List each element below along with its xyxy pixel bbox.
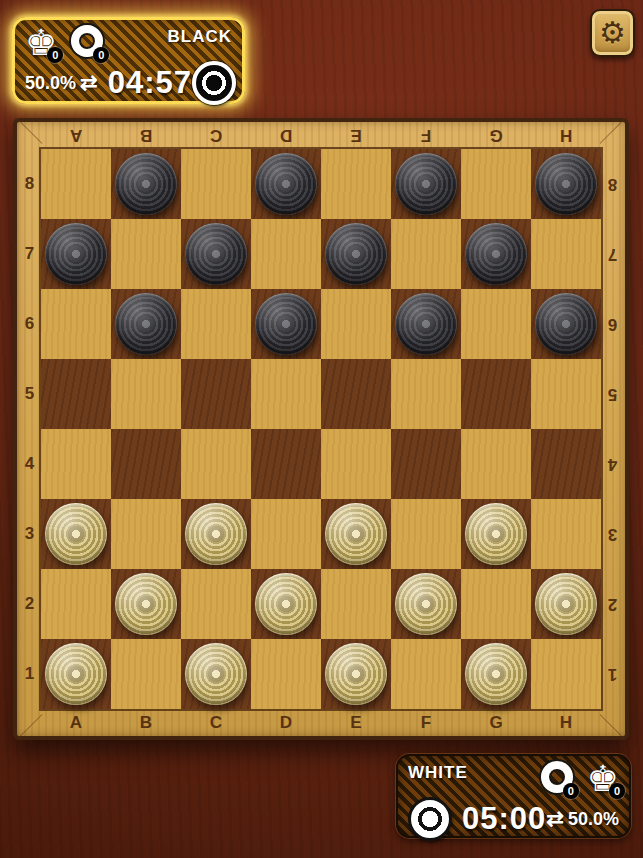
square-b2[interactable] [111,569,181,639]
square-h8[interactable] [531,149,601,219]
square-c6[interactable] [181,289,251,359]
black-man-h8[interactable] [535,153,597,215]
square-a5[interactable] [41,359,111,429]
square-b6[interactable] [111,289,181,359]
frame-corner-seam [18,119,43,144]
black-win-percentage: 50.0% [25,73,76,94]
square-g1[interactable] [461,639,531,709]
rank-label-5: 5 [19,359,40,429]
black-man-b8[interactable] [115,153,177,215]
square-c7[interactable] [181,219,251,289]
square-a8[interactable] [41,149,111,219]
square-f1[interactable] [391,639,461,709]
square-g7[interactable] [461,219,531,289]
square-c5[interactable] [181,359,251,429]
square-h5[interactable] [531,359,601,429]
square-h7[interactable] [531,219,601,289]
rank-label-1: 1 [19,639,40,709]
square-e3[interactable] [321,499,391,569]
file-label-f: F [391,124,461,146]
game-screen: ♚ 0 0 BLACK 50.0% ⇄ 04:57 ⚙ ABCDEFGH [0,0,643,858]
black-man-e7[interactable] [325,223,387,285]
white-man-a1[interactable] [45,643,107,705]
rank-label-7: 7 [19,219,40,289]
black-man-f8[interactable] [395,153,457,215]
square-e8[interactable] [321,149,391,219]
swap-arrows-icon: ⇄ [80,73,98,93]
rank-label-2: 2 [19,569,40,639]
square-e1[interactable] [321,639,391,709]
square-d5[interactable] [251,359,321,429]
square-h4[interactable] [531,429,601,499]
file-label-a: A [41,124,111,146]
rank-labels-right: 87654321 [602,149,623,709]
black-player-panel: ♚ 0 0 BLACK 50.0% ⇄ 04:57 [12,17,245,104]
square-f6[interactable] [391,289,461,359]
square-b5[interactable] [111,359,181,429]
square-a7[interactable] [41,219,111,289]
black-man-b6[interactable] [115,293,177,355]
square-b4[interactable] [111,429,181,499]
rank-label-4: 4 [602,429,623,499]
square-e6[interactable] [321,289,391,359]
rank-label-3: 3 [19,499,40,569]
square-c3[interactable] [181,499,251,569]
square-f4[interactable] [391,429,461,499]
file-label-g: G [461,712,531,734]
square-g2[interactable] [461,569,531,639]
square-a3[interactable] [41,499,111,569]
black-captured-counter: 0 [71,25,103,61]
square-d6[interactable] [251,289,321,359]
square-a1[interactable] [41,639,111,709]
rank-label-8: 8 [602,149,623,219]
square-b1[interactable] [111,639,181,709]
square-c8[interactable] [181,149,251,219]
square-a6[interactable] [41,289,111,359]
file-label-c: C [181,124,251,146]
file-label-b: B [111,124,181,146]
white-man-b2[interactable] [115,573,177,635]
file-label-e: E [321,712,391,734]
square-g5[interactable] [461,359,531,429]
black-kings-counter: ♚ 0 [25,25,57,61]
white-checker-icon [408,797,452,841]
file-label-c: C [181,712,251,734]
swap-arrows-icon: ⇄ [546,809,564,829]
square-f8[interactable] [391,149,461,219]
square-c4[interactable] [181,429,251,499]
square-f3[interactable] [391,499,461,569]
square-b8[interactable] [111,149,181,219]
black-man-d6[interactable] [255,293,317,355]
black-man-a7[interactable] [45,223,107,285]
white-captured-counter: 0 [541,761,573,797]
black-player-label: BLACK [168,27,233,47]
gear-icon: ⚙ [599,18,626,48]
square-d2[interactable] [251,569,321,639]
frame-corner-seam [18,714,43,739]
white-man-e1[interactable] [325,643,387,705]
rank-label-1: 1 [602,639,623,709]
white-man-g3[interactable] [465,503,527,565]
square-g3[interactable] [461,499,531,569]
black-man-f6[interactable] [395,293,457,355]
file-label-g: G [461,124,531,146]
white-man-c3[interactable] [185,503,247,565]
rank-label-5: 5 [602,359,623,429]
square-d4[interactable] [251,429,321,499]
square-c2[interactable] [181,569,251,639]
square-g6[interactable] [461,289,531,359]
square-b3[interactable] [111,499,181,569]
square-f7[interactable] [391,219,461,289]
square-a2[interactable] [41,569,111,639]
rank-labels-left: 87654321 [19,149,40,709]
white-win-percentage: 50.0% [568,809,619,830]
black-timer: 04:57 [108,65,192,101]
square-e2[interactable] [321,569,391,639]
file-labels-bottom: ABCDEFGH [41,712,601,734]
square-g8[interactable] [461,149,531,219]
square-e4[interactable] [321,429,391,499]
white-timer: 05:00 [462,801,546,837]
rank-label-6: 6 [602,289,623,359]
white-man-c1[interactable] [185,643,247,705]
settings-button[interactable]: ⚙ [590,9,635,57]
white-player-panel: WHITE 0 ♚ 0 05:00 ⇄ 50.0% [396,754,631,838]
square-d8[interactable] [251,149,321,219]
square-f2[interactable] [391,569,461,639]
white-kings-counter: ♚ 0 [587,761,619,797]
square-d1[interactable] [251,639,321,709]
white-player-label: WHITE [408,763,468,783]
white-man-d2[interactable] [255,573,317,635]
square-h6[interactable] [531,289,601,359]
white-man-g1[interactable] [465,643,527,705]
file-label-h: H [531,712,601,734]
black-man-d8[interactable] [255,153,317,215]
rank-label-8: 8 [19,149,40,219]
file-labels-top: ABCDEFGH [41,124,601,146]
square-h2[interactable] [531,569,601,639]
file-label-a: A [41,712,111,734]
square-g4[interactable] [461,429,531,499]
black-checker-icon [192,61,236,105]
square-e5[interactable] [321,359,391,429]
frame-corner-seam [600,714,625,739]
square-e7[interactable] [321,219,391,289]
square-d7[interactable] [251,219,321,289]
file-label-b: B [111,712,181,734]
white-captured-count-badge: 0 [563,783,579,799]
file-label-d: D [251,124,321,146]
square-f5[interactable] [391,359,461,429]
white-man-a3[interactable] [45,503,107,565]
square-c1[interactable] [181,639,251,709]
square-h1[interactable] [531,639,601,709]
black-man-h6[interactable] [535,293,597,355]
file-label-h: H [531,124,601,146]
black-man-g7[interactable] [465,223,527,285]
rank-label-2: 2 [602,569,623,639]
white-man-h2[interactable] [535,573,597,635]
white-kings-count-badge: 0 [609,783,625,799]
board-grid [41,149,601,709]
white-man-e3[interactable] [325,503,387,565]
square-d3[interactable] [251,499,321,569]
rank-label-6: 6 [19,289,40,359]
square-h3[interactable] [531,499,601,569]
white-man-f2[interactable] [395,573,457,635]
rank-label-3: 3 [602,499,623,569]
frame-corner-seam [600,119,625,144]
black-man-c7[interactable] [185,223,247,285]
file-label-d: D [251,712,321,734]
rank-label-4: 4 [19,429,40,499]
file-label-f: F [391,712,461,734]
square-a4[interactable] [41,429,111,499]
rank-label-7: 7 [602,219,623,289]
file-label-e: E [321,124,391,146]
square-b7[interactable] [111,219,181,289]
checkers-board: ABCDEFGH ABCDEFGH 87654321 87654321 [13,118,629,740]
